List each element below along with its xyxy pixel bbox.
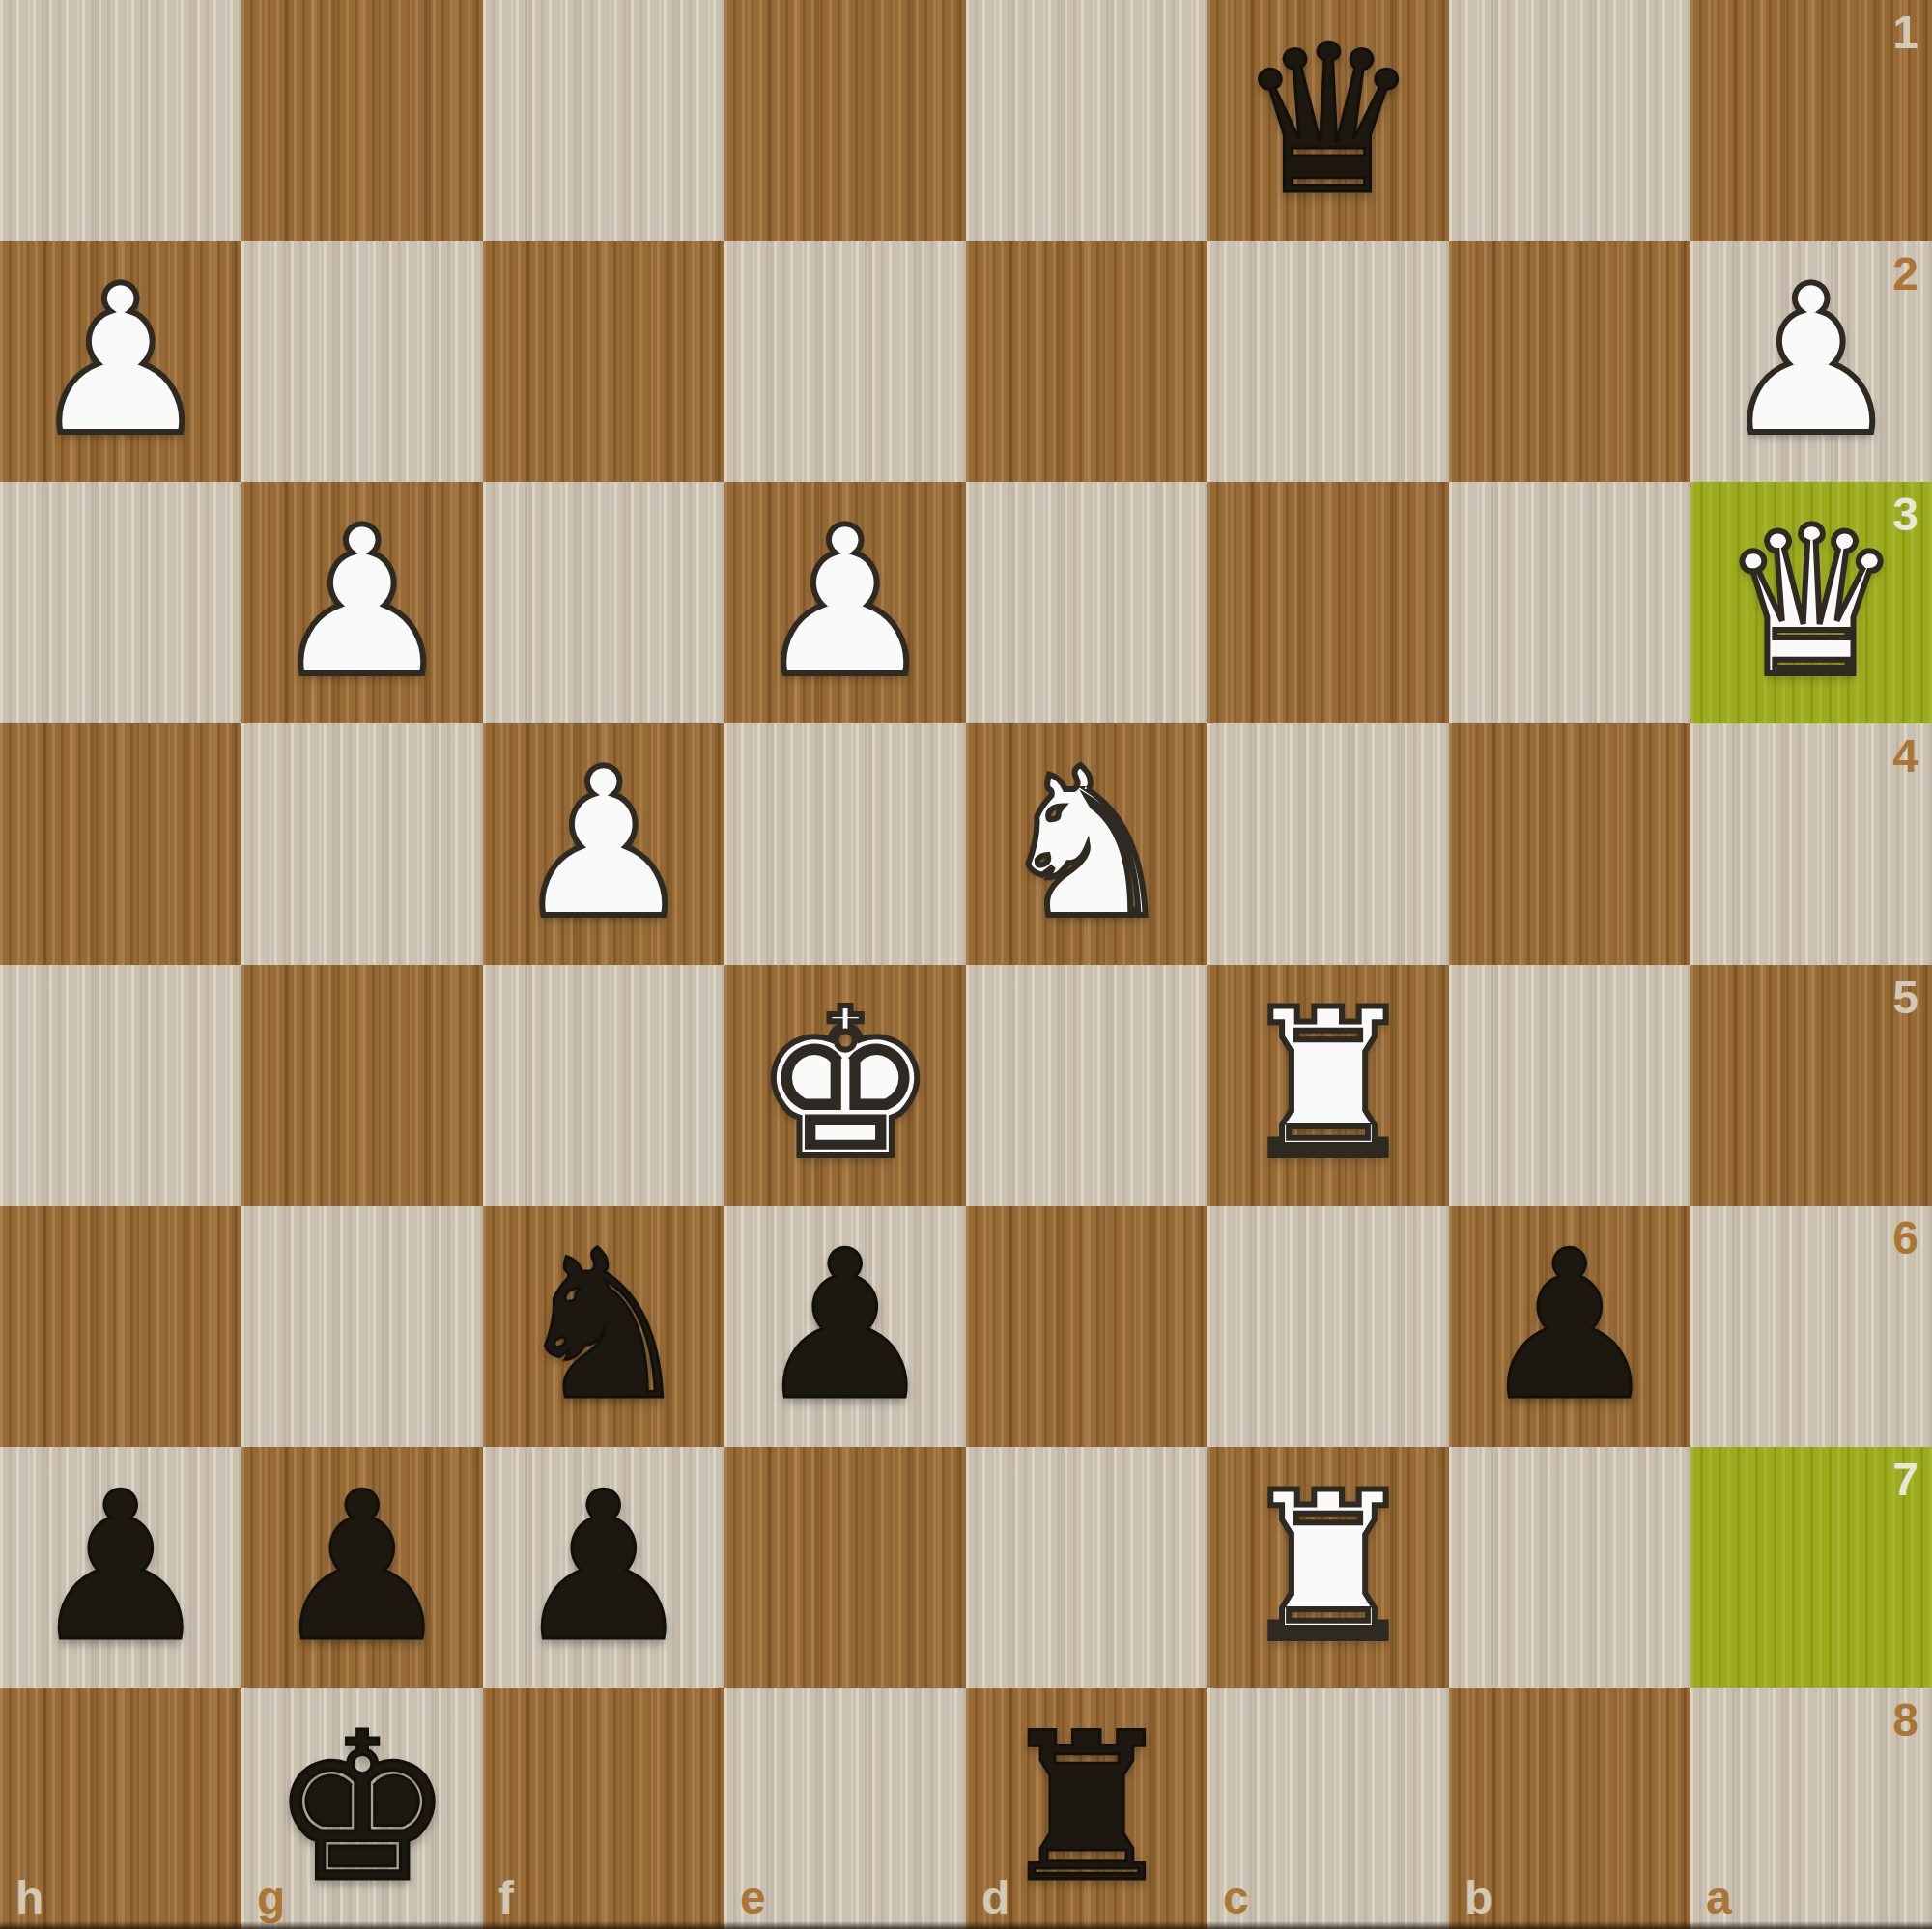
- rank-label-8: 8: [1892, 1697, 1918, 1744]
- square-g5[interactable]: [241, 965, 483, 1206]
- black-knight[interactable]: ♞: [483, 1206, 724, 1447]
- square-e7[interactable]: [724, 1447, 966, 1688]
- rank-label-1: 1: [1892, 10, 1918, 56]
- rank-label-6: 6: [1892, 1215, 1918, 1262]
- square-b3[interactable]: [1449, 482, 1690, 723]
- file-label-f: f: [498, 1875, 514, 1921]
- square-f8[interactable]: f: [483, 1688, 724, 1929]
- square-h3[interactable]: [0, 482, 241, 723]
- square-c6[interactable]: [1207, 1206, 1449, 1447]
- square-d5[interactable]: [966, 965, 1207, 1206]
- square-a4[interactable]: 4: [1690, 723, 1932, 965]
- square-g4[interactable]: [241, 723, 483, 965]
- square-b4[interactable]: [1449, 723, 1690, 965]
- square-c8[interactable]: c: [1207, 1688, 1449, 1929]
- square-f2[interactable]: [483, 241, 724, 483]
- white-pawn[interactable]: ♟: [241, 482, 483, 723]
- white-queen[interactable]: ♛: [1690, 482, 1932, 723]
- square-c7[interactable]: ♜: [1207, 1447, 1449, 1688]
- square-e2[interactable]: [724, 241, 966, 483]
- square-f4[interactable]: ♟: [483, 723, 724, 965]
- white-rook[interactable]: ♜: [1207, 1447, 1449, 1688]
- file-label-h: h: [15, 1875, 43, 1921]
- white-rook[interactable]: ♜: [1207, 965, 1449, 1206]
- square-b5[interactable]: [1449, 965, 1690, 1206]
- square-b8[interactable]: b: [1449, 1688, 1690, 1929]
- square-e8[interactable]: e: [724, 1688, 966, 1929]
- square-a6[interactable]: 6: [1690, 1206, 1932, 1447]
- square-h6[interactable]: [0, 1206, 241, 1447]
- white-pawn[interactable]: ♟: [0, 241, 241, 483]
- square-e3[interactable]: ♟: [724, 482, 966, 723]
- file-label-b: b: [1464, 1875, 1492, 1921]
- white-pawn[interactable]: ♟: [483, 723, 724, 965]
- square-d7[interactable]: [966, 1447, 1207, 1688]
- square-g2[interactable]: [241, 241, 483, 483]
- square-h5[interactable]: [0, 965, 241, 1206]
- square-b1[interactable]: [1449, 0, 1690, 241]
- file-label-a: a: [1706, 1875, 1732, 1921]
- rank-label-4: 4: [1892, 733, 1918, 780]
- square-d8[interactable]: d♜: [966, 1688, 1207, 1929]
- rank-label-7: 7: [1892, 1457, 1918, 1503]
- square-f5[interactable]: [483, 965, 724, 1206]
- square-d1[interactable]: [966, 0, 1207, 241]
- white-pawn[interactable]: ♟: [1690, 241, 1932, 483]
- square-d2[interactable]: [966, 241, 1207, 483]
- black-pawn[interactable]: ♟: [241, 1447, 483, 1688]
- square-e4[interactable]: [724, 723, 966, 965]
- square-f6[interactable]: ♞: [483, 1206, 724, 1447]
- square-h4[interactable]: [0, 723, 241, 965]
- white-pawn[interactable]: ♟: [724, 482, 966, 723]
- square-d3[interactable]: [966, 482, 1207, 723]
- black-pawn[interactable]: ♟: [483, 1447, 724, 1688]
- square-e5[interactable]: ♚: [724, 965, 966, 1206]
- square-h2[interactable]: ♟: [0, 241, 241, 483]
- black-pawn[interactable]: ♟: [1449, 1206, 1690, 1447]
- square-b2[interactable]: [1449, 241, 1690, 483]
- square-g7[interactable]: ♟: [241, 1447, 483, 1688]
- square-g8[interactable]: g♚: [241, 1688, 483, 1929]
- black-rook[interactable]: ♜: [966, 1688, 1207, 1929]
- square-f3[interactable]: [483, 482, 724, 723]
- square-e1[interactable]: [724, 0, 966, 241]
- square-a5[interactable]: 5: [1690, 965, 1932, 1206]
- square-b7[interactable]: [1449, 1447, 1690, 1688]
- square-c1[interactable]: ♛: [1207, 0, 1449, 241]
- square-c2[interactable]: [1207, 241, 1449, 483]
- file-label-c: c: [1223, 1875, 1249, 1921]
- black-pawn[interactable]: ♟: [724, 1206, 966, 1447]
- square-g6[interactable]: [241, 1206, 483, 1447]
- square-c3[interactable]: [1207, 482, 1449, 723]
- square-b6[interactable]: ♟: [1449, 1206, 1690, 1447]
- black-queen[interactable]: ♛: [1207, 0, 1449, 241]
- square-a3[interactable]: 3♛: [1690, 482, 1932, 723]
- chess-board: ♛1♟2♟♟♟3♛♟♞4♚♜5♞♟♟6♟♟♟♜7hg♚fed♜cb8a: [0, 0, 1932, 1929]
- square-c5[interactable]: ♜: [1207, 965, 1449, 1206]
- square-g3[interactable]: ♟: [241, 482, 483, 723]
- square-a8[interactable]: 8a: [1690, 1688, 1932, 1929]
- square-g1[interactable]: [241, 0, 483, 241]
- square-e6[interactable]: ♟: [724, 1206, 966, 1447]
- square-h1[interactable]: [0, 0, 241, 241]
- white-knight[interactable]: ♞: [966, 723, 1207, 965]
- square-f7[interactable]: ♟: [483, 1447, 724, 1688]
- square-h8[interactable]: h: [0, 1688, 241, 1929]
- square-a2[interactable]: 2♟: [1690, 241, 1932, 483]
- black-king[interactable]: ♚: [241, 1688, 483, 1929]
- square-d6[interactable]: [966, 1206, 1207, 1447]
- square-a1[interactable]: 1: [1690, 0, 1932, 241]
- square-f1[interactable]: [483, 0, 724, 241]
- black-pawn[interactable]: ♟: [0, 1447, 241, 1688]
- square-h7[interactable]: ♟: [0, 1447, 241, 1688]
- file-label-e: e: [740, 1875, 766, 1921]
- rank-label-5: 5: [1892, 975, 1918, 1021]
- white-king[interactable]: ♚: [724, 965, 966, 1206]
- square-c4[interactable]: [1207, 723, 1449, 965]
- square-d4[interactable]: ♞: [966, 723, 1207, 965]
- square-a7[interactable]: 7: [1690, 1447, 1932, 1688]
